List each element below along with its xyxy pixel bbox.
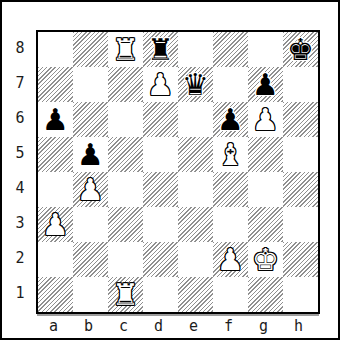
rank-label-1: 1 [8, 275, 32, 310]
square-g8[interactable] [248, 32, 283, 67]
rank-label-6: 6 [8, 100, 32, 135]
square-g4[interactable] [248, 172, 283, 207]
square-b5[interactable]: ♟ [73, 137, 108, 172]
square-a5[interactable] [38, 137, 73, 172]
square-c2[interactable] [108, 242, 143, 277]
square-d1[interactable] [143, 277, 178, 312]
square-e2[interactable] [178, 242, 213, 277]
white-rook-c8: ♜ [108, 32, 143, 67]
rank-label-4: 4 [8, 170, 32, 205]
square-a3[interactable]: ♟ [38, 207, 73, 242]
black-pawn-a6: ♟ [38, 102, 73, 137]
square-b4[interactable]: ♟ [73, 172, 108, 207]
square-f1[interactable] [213, 277, 248, 312]
square-g2[interactable]: ♚ [248, 242, 283, 277]
square-f6[interactable]: ♟ [213, 102, 248, 137]
square-c8[interactable]: ♜ [108, 32, 143, 67]
square-d4[interactable] [143, 172, 178, 207]
square-b6[interactable] [73, 102, 108, 137]
square-h6[interactable] [283, 102, 318, 137]
square-a1[interactable] [38, 277, 73, 312]
rank-label-2: 2 [8, 240, 32, 275]
white-pawn-b4: ♟ [73, 172, 108, 207]
square-c4[interactable] [108, 172, 143, 207]
white-pawn-d7: ♟ [143, 67, 178, 102]
square-a6[interactable]: ♟ [38, 102, 73, 137]
square-g7[interactable]: ♟ [248, 67, 283, 102]
square-c6[interactable] [108, 102, 143, 137]
file-label-g: g [246, 316, 281, 336]
black-king-h8: ♚ [283, 32, 318, 67]
square-d7[interactable]: ♟ [143, 67, 178, 102]
square-h2[interactable] [283, 242, 318, 277]
square-e1[interactable] [178, 277, 213, 312]
square-g6[interactable]: ♟ [248, 102, 283, 137]
file-labels: abcdefgh [36, 316, 320, 336]
file-label-e: e [176, 316, 211, 336]
file-label-f: f [211, 316, 246, 336]
square-g1[interactable] [248, 277, 283, 312]
rank-label-7: 7 [8, 65, 32, 100]
square-e3[interactable] [178, 207, 213, 242]
square-f8[interactable] [213, 32, 248, 67]
square-f3[interactable] [213, 207, 248, 242]
square-e5[interactable] [178, 137, 213, 172]
square-f5[interactable]: ♝ [213, 137, 248, 172]
square-g5[interactable] [248, 137, 283, 172]
square-h4[interactable] [283, 172, 318, 207]
square-b7[interactable] [73, 67, 108, 102]
file-label-h: h [281, 316, 316, 336]
square-g3[interactable] [248, 207, 283, 242]
square-b3[interactable] [73, 207, 108, 242]
square-b2[interactable] [73, 242, 108, 277]
square-e7[interactable]: ♛ [178, 67, 213, 102]
black-pawn-g7: ♟ [248, 67, 283, 102]
square-h1[interactable] [283, 277, 318, 312]
white-bishop-f5: ♝ [213, 137, 248, 172]
rank-label-8: 8 [8, 30, 32, 65]
rank-label-5: 5 [8, 135, 32, 170]
square-c7[interactable] [108, 67, 143, 102]
file-label-b: b [71, 316, 106, 336]
white-pawn-a3: ♟ [38, 207, 73, 242]
white-pawn-f2: ♟ [213, 242, 248, 277]
square-f4[interactable] [213, 172, 248, 207]
square-e8[interactable] [178, 32, 213, 67]
square-e4[interactable] [178, 172, 213, 207]
square-a2[interactable] [38, 242, 73, 277]
square-f2[interactable]: ♟ [213, 242, 248, 277]
square-e6[interactable] [178, 102, 213, 137]
square-d6[interactable] [143, 102, 178, 137]
square-a4[interactable] [38, 172, 73, 207]
square-c5[interactable] [108, 137, 143, 172]
square-b1[interactable] [73, 277, 108, 312]
square-c1[interactable]: ♜ [108, 277, 143, 312]
black-queen-e7: ♛ [178, 67, 213, 102]
square-d8[interactable]: ♜ [143, 32, 178, 67]
square-d2[interactable] [143, 242, 178, 277]
white-king-g2: ♚ [248, 242, 283, 277]
file-label-c: c [106, 316, 141, 336]
chess-board: ♜♜♚♟♛♟♟♟♟♟♝♟♟♟♚♜ [36, 30, 320, 314]
square-a7[interactable] [38, 67, 73, 102]
diagram-frame: 87654321 ♜♜♚♟♛♟♟♟♟♟♝♟♟♟♚♜ abcdefgh [0, 0, 340, 340]
file-label-d: d [141, 316, 176, 336]
square-a8[interactable] [38, 32, 73, 67]
black-pawn-f6: ♟ [213, 102, 248, 137]
square-h5[interactable] [283, 137, 318, 172]
square-h8[interactable]: ♚ [283, 32, 318, 67]
rank-label-3: 3 [8, 205, 32, 240]
square-h3[interactable] [283, 207, 318, 242]
square-f7[interactable] [213, 67, 248, 102]
rank-labels: 87654321 [8, 30, 32, 310]
white-rook-c1: ♜ [108, 277, 143, 312]
square-c3[interactable] [108, 207, 143, 242]
square-d5[interactable] [143, 137, 178, 172]
white-pawn-g6: ♟ [248, 102, 283, 137]
square-d3[interactable] [143, 207, 178, 242]
square-b8[interactable] [73, 32, 108, 67]
file-label-a: a [36, 316, 71, 336]
square-h7[interactable] [283, 67, 318, 102]
black-pawn-b5: ♟ [73, 137, 108, 172]
black-rook-d8: ♜ [143, 32, 178, 67]
